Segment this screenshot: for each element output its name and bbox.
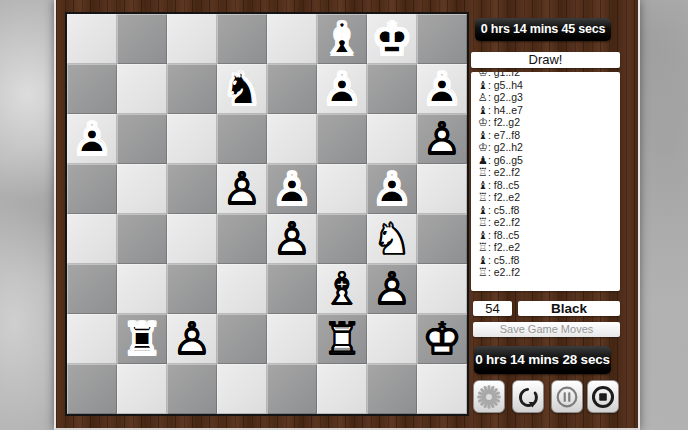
move-entry: ♔: f2..g2 [478,116,620,129]
square-g2[interactable] [367,314,417,364]
square-a2[interactable] [67,314,117,364]
square-a1[interactable] [67,364,117,414]
black-pawn[interactable]: ♟♙ [417,64,467,114]
square-d5[interactable]: ♟♙ [217,164,267,214]
move-entry: ♝: h4..e7 [478,104,620,117]
square-c1[interactable] [167,364,217,414]
move-entry: ♖: f2..e2 [478,241,620,254]
square-d3[interactable] [217,264,267,314]
black-timer: 0 hrs 14 mins 45 secs [475,18,611,41]
stop-icon [590,384,616,410]
white-pawn[interactable]: ♟♙ [217,164,267,214]
square-a6[interactable]: ♟♙ [67,114,117,164]
square-e4[interactable]: ♟♙ [267,214,317,264]
square-a3[interactable] [67,264,117,314]
square-e2[interactable] [267,314,317,364]
square-c8[interactable] [167,14,217,64]
square-f8[interactable]: ♝♗ [317,14,367,64]
move-piece-icon: ♖ [478,191,488,204]
move-entry: ♝: c5..f8 [478,204,620,217]
wood-frame: ♝♗♚♔♞♘♟♙♟♙♟♙♟♙♟♙♟♙♟♙♟♙♞♘♝♗♟♙♜♖♟♙♜♖♚♔ 0 h… [54,0,640,430]
square-d4[interactable] [217,214,267,264]
move-piece-icon: ♝ [478,229,488,242]
square-g5[interactable]: ♟♙ [367,164,417,214]
square-c3[interactable] [167,264,217,314]
square-e8[interactable] [267,14,317,64]
square-c2[interactable]: ♟♙ [167,314,217,364]
square-f2[interactable]: ♜♖ [317,314,367,364]
move-piece-icon: ♝ [478,254,488,267]
move-piece-icon: ♖ [478,241,488,254]
square-h2[interactable]: ♚♔ [417,314,467,364]
black-pawn[interactable]: ♟♙ [317,64,367,114]
move-entry: ♖: e2..f2 [478,266,620,279]
white-pawn[interactable]: ♟♙ [367,264,417,314]
move-piece-icon: ♝ [478,179,488,192]
move-piece-icon: ♝ [478,129,488,142]
black-knight[interactable]: ♞♘ [217,64,267,114]
move-piece-icon: ♖ [478,166,488,179]
square-g8[interactable]: ♚♔ [367,14,417,64]
square-c7[interactable] [167,64,217,114]
square-b1[interactable] [117,364,167,414]
move-entry: ♖: e2..f2 [478,216,620,229]
move-piece-icon: ♝ [478,79,488,92]
square-e6[interactable] [267,114,317,164]
square-b7[interactable] [117,64,167,114]
square-d7[interactable]: ♞♘ [217,64,267,114]
square-f3[interactable]: ♝♗ [317,264,367,314]
white-bishop[interactable]: ♝♗ [317,264,367,314]
move-list[interactable]: ♔: g1..f2♝: g5..h4♙: g2..g3♝: h4..e7♔: f… [471,72,620,291]
move-entry: ♝: e7..f8 [478,129,620,142]
move-piece-icon: ♟ [478,154,488,167]
square-b5[interactable] [117,164,167,214]
square-d2[interactable] [217,314,267,364]
chess-board: ♝♗♚♔♞♘♟♙♟♙♟♙♟♙♟♙♟♙♟♙♟♙♞♘♝♗♟♙♜♖♟♙♜♖♚♔ [65,12,469,416]
square-c6[interactable] [167,114,217,164]
square-c5[interactable] [167,164,217,214]
stop-button[interactable] [587,380,619,413]
move-piece-icon: ♝ [478,104,488,117]
gear-icon [476,384,502,410]
square-a8[interactable] [67,14,117,64]
square-g7[interactable] [367,64,417,114]
square-b3[interactable] [117,264,167,314]
pause-button[interactable] [551,380,583,413]
move-piece-icon: ♖ [478,216,488,229]
square-b6[interactable] [117,114,167,164]
black-pawn[interactable]: ♟♙ [367,164,417,214]
square-g1[interactable] [367,364,417,414]
square-f1[interactable] [317,364,367,414]
white-pawn[interactable]: ♟♙ [167,314,217,364]
move-piece-icon: ♖ [478,266,488,279]
square-b2[interactable]: ♜♖ [117,314,167,364]
square-e3[interactable] [267,264,317,314]
black-bishop[interactable]: ♝♗ [317,14,367,64]
square-a7[interactable] [67,64,117,114]
square-d8[interactable] [217,14,267,64]
white-pawn[interactable]: ♟♙ [267,214,317,264]
save-game-moves-button[interactable]: Save Game Moves [473,322,620,337]
square-f6[interactable] [317,114,367,164]
move-entry: ♔: g2..h2 [478,141,620,154]
move-piece-icon: ♔ [478,141,488,154]
square-g4[interactable]: ♞♘ [367,214,417,264]
black-rook[interactable]: ♜♖ [117,314,167,364]
square-e1[interactable] [267,364,317,414]
redo-button[interactable] [512,380,544,413]
square-f5[interactable] [317,164,367,214]
square-e7[interactable] [267,64,317,114]
black-pawn[interactable]: ♟♙ [267,164,317,214]
square-h4[interactable] [417,214,467,264]
square-h7[interactable]: ♟♙ [417,64,467,114]
square-h5[interactable] [417,164,467,214]
pause-icon [554,384,580,410]
square-a4[interactable] [67,214,117,264]
square-b8[interactable] [117,14,167,64]
game-status: Draw! [471,52,620,68]
move-entry: ♙: g2..g3 [478,91,620,104]
white-king[interactable]: ♚♔ [417,314,467,364]
square-b4[interactable] [117,214,167,264]
move-piece-icon: ♙ [478,91,488,104]
square-a5[interactable] [67,164,117,214]
move-entry: ♖: e2..f2 [478,166,620,179]
move-entry: ♝: c5..f8 [478,254,620,267]
redo-arrow-icon [515,384,541,410]
square-h3[interactable] [417,264,467,314]
square-g6[interactable] [367,114,417,164]
move-entry: ♝: f8..c5 [478,229,620,242]
square-h1[interactable] [417,364,467,414]
move-entry: ♝: g5..h4 [478,79,620,92]
move-piece-icon: ♔ [478,116,488,129]
square-h8[interactable] [417,14,467,64]
move-entry: ♝: f8..c5 [478,179,620,192]
move-number: 54 [473,301,512,316]
black-king[interactable]: ♚♔ [367,14,417,64]
square-c4[interactable] [167,214,217,264]
white-knight[interactable]: ♞♘ [367,214,417,264]
square-d6[interactable] [217,114,267,164]
square-f7[interactable]: ♟♙ [317,64,367,114]
square-d1[interactable] [217,364,267,414]
move-piece-icon: ♝ [478,204,488,217]
settings-button[interactable] [473,380,505,413]
square-e5[interactable]: ♟♙ [267,164,317,214]
turn-indicator: Black [518,301,620,316]
square-h6[interactable]: ♟♙ [417,114,467,164]
square-g3[interactable]: ♟♙ [367,264,417,314]
move-entry: ♟: g6..g5 [478,154,620,167]
white-pawn[interactable]: ♟♙ [417,114,467,164]
move-entry: ♖: f2..e2 [478,191,620,204]
black-pawn[interactable]: ♟♙ [67,114,117,164]
square-f4[interactable] [317,214,367,264]
white-rook[interactable]: ♜♖ [317,314,367,364]
white-timer: 0 hrs 14 mins 28 secs [474,346,611,374]
